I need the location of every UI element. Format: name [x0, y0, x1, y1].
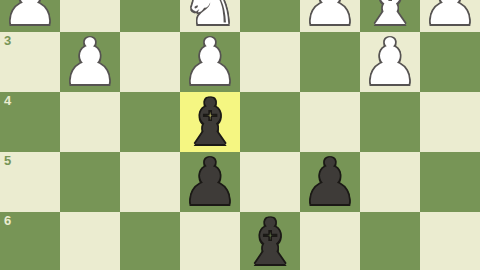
square-b3[interactable]: ♟: [360, 32, 420, 92]
square-h5[interactable]: 5: [0, 152, 60, 212]
square-g6[interactable]: [60, 212, 120, 270]
square-e3[interactable]: ♟: [180, 32, 240, 92]
square-a5[interactable]: [420, 152, 480, 212]
square-b4[interactable]: [360, 92, 420, 152]
square-g4[interactable]: [60, 92, 120, 152]
square-a3[interactable]: [420, 32, 480, 92]
piece-black-pawn-e5[interactable]: ♟: [181, 152, 238, 212]
square-h4[interactable]: 4: [0, 92, 60, 152]
piece-black-bishop-d6[interactable]: ♝: [241, 212, 298, 270]
square-f3[interactable]: [120, 32, 180, 92]
square-f2[interactable]: [120, 0, 180, 32]
square-c4[interactable]: [300, 92, 360, 152]
square-d6[interactable]: ♝: [240, 212, 300, 270]
square-f5[interactable]: [120, 152, 180, 212]
rank-label-4: 4: [4, 94, 11, 107]
piece-white-pawn-h2[interactable]: ♟: [1, 0, 58, 32]
square-c2[interactable]: ♟: [300, 0, 360, 32]
chess-board-viewport: 12♟♞♟♝♟3♟♟♟4♝5♟♟6♝78: [0, 0, 480, 270]
square-c6[interactable]: [300, 212, 360, 270]
square-d5[interactable]: [240, 152, 300, 212]
rank-label-6: 6: [4, 214, 11, 227]
rank-label-3: 3: [4, 34, 11, 47]
square-h6[interactable]: 6: [0, 212, 60, 270]
square-a2[interactable]: ♟: [420, 0, 480, 32]
square-g5[interactable]: [60, 152, 120, 212]
square-d2[interactable]: [240, 0, 300, 32]
square-h2[interactable]: 2♟: [0, 0, 60, 32]
piece-white-pawn-a2[interactable]: ♟: [421, 0, 478, 32]
square-c3[interactable]: [300, 32, 360, 92]
square-a4[interactable]: [420, 92, 480, 152]
square-g3[interactable]: ♟: [60, 32, 120, 92]
square-f4[interactable]: [120, 92, 180, 152]
square-f6[interactable]: [120, 212, 180, 270]
piece-white-pawn-b3[interactable]: ♟: [361, 32, 418, 92]
square-c5[interactable]: ♟: [300, 152, 360, 212]
piece-white-pawn-g3[interactable]: ♟: [61, 32, 118, 92]
square-d3[interactable]: [240, 32, 300, 92]
square-a6[interactable]: [420, 212, 480, 270]
square-e5[interactable]: ♟: [180, 152, 240, 212]
square-h3[interactable]: 3: [0, 32, 60, 92]
square-b6[interactable]: [360, 212, 420, 270]
square-d4[interactable]: [240, 92, 300, 152]
piece-white-pawn-c2[interactable]: ♟: [301, 0, 358, 32]
square-b5[interactable]: [360, 152, 420, 212]
piece-white-pawn-e3[interactable]: ♟: [181, 32, 238, 92]
rank-label-5: 5: [4, 154, 11, 167]
chess-board: 12♟♞♟♝♟3♟♟♟4♝5♟♟6♝78: [0, 0, 480, 270]
piece-black-bishop-e4[interactable]: ♝: [181, 92, 238, 152]
square-e4[interactable]: ♝: [180, 92, 240, 152]
square-e6[interactable]: [180, 212, 240, 270]
piece-black-pawn-c5[interactable]: ♟: [301, 152, 358, 212]
